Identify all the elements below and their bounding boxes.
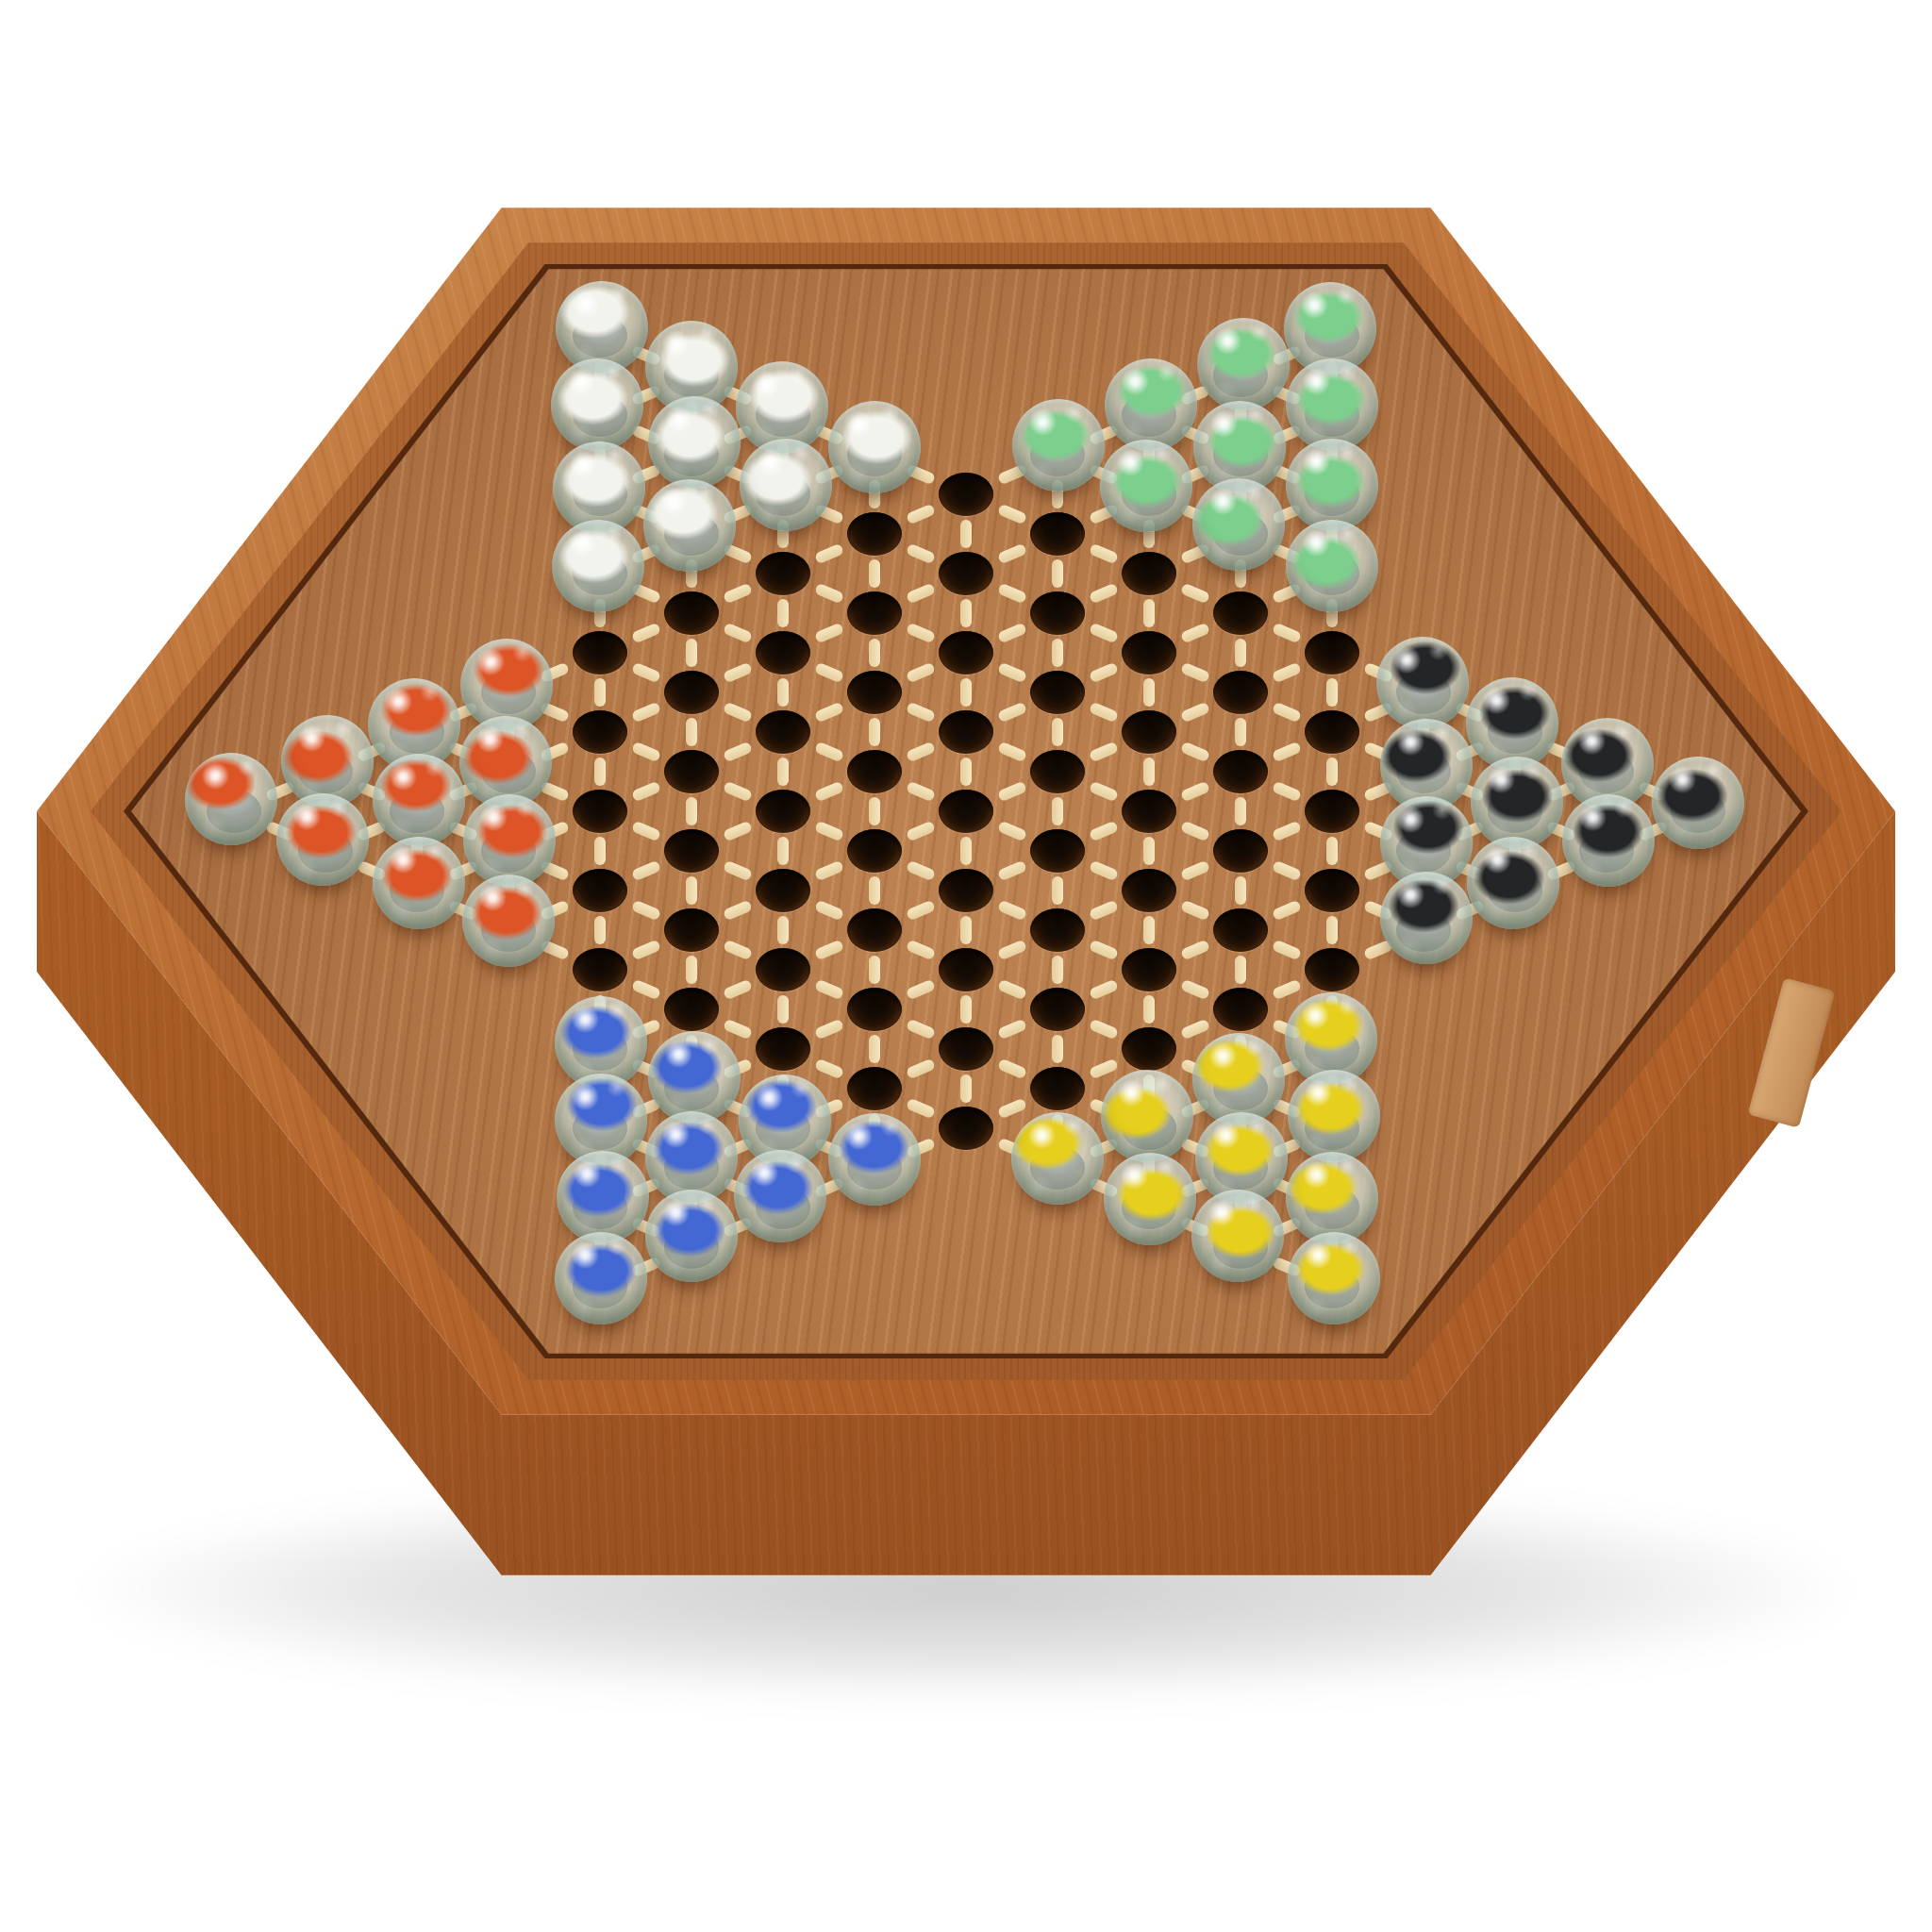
inlay-dash (722, 623, 752, 644)
inlay-dash (905, 583, 935, 605)
hole[interactable] (847, 1067, 902, 1110)
inlay-dash (905, 623, 935, 644)
hole[interactable] (1122, 631, 1176, 675)
hole[interactable] (664, 671, 719, 714)
inlay-dash (869, 559, 880, 588)
inlay-dash (722, 781, 752, 803)
inlay-dash (996, 741, 1026, 763)
inlay-dash (722, 821, 752, 842)
inlay-dash (1326, 678, 1338, 707)
inlay-dash (1143, 599, 1155, 627)
inlay-dash (960, 599, 972, 627)
hole[interactable] (939, 631, 993, 675)
hole[interactable] (847, 591, 902, 635)
inlay-dash (813, 741, 843, 763)
inlay-dash (630, 702, 660, 724)
hole[interactable] (756, 710, 810, 754)
inlay-dash (996, 860, 1026, 882)
inlay-dash (1271, 900, 1301, 922)
inlay-dash (996, 940, 1026, 961)
marble-green[interactable] (1197, 318, 1290, 410)
inlay-dash (960, 916, 972, 944)
marble-black[interactable] (1467, 837, 1559, 929)
inlay-dash (960, 1074, 972, 1103)
inlay-dash (996, 543, 1026, 565)
inlay-dash (1179, 821, 1209, 842)
inlay-dash (1179, 940, 1209, 961)
marble-orange[interactable] (276, 793, 369, 886)
hole[interactable] (1122, 869, 1176, 912)
inlay-dash (905, 781, 935, 803)
inlay-dash (1179, 702, 1209, 724)
inlay-dash (722, 979, 752, 1001)
inlay-dash (1143, 837, 1155, 865)
inlay-dash (813, 900, 843, 922)
inlay-dash (1088, 940, 1118, 961)
hole[interactable] (939, 710, 993, 754)
hole[interactable] (756, 790, 810, 833)
hole[interactable] (1030, 1067, 1085, 1110)
hole[interactable] (939, 948, 993, 991)
inlay-dash (1052, 639, 1063, 667)
inlay-dash (1271, 821, 1301, 842)
inlay-dash (686, 876, 697, 905)
inlay-dash (1179, 860, 1209, 882)
inlay-dash (630, 860, 660, 882)
inlay-dash (1052, 797, 1063, 825)
hole[interactable] (756, 948, 810, 991)
hole[interactable] (1305, 790, 1359, 833)
inlay-dash (996, 1098, 1026, 1120)
marble-green[interactable] (1286, 358, 1378, 451)
inlay-dash (777, 678, 789, 707)
inlay-dash (1088, 781, 1118, 803)
inlay-dash (594, 678, 606, 707)
inlay-dash (1143, 995, 1155, 1024)
marble-yellow[interactable] (1286, 1152, 1378, 1244)
inlay-dash (1143, 916, 1155, 944)
inlay-dash (996, 979, 1026, 1001)
inlay-dash (960, 520, 972, 548)
marble-white[interactable] (648, 396, 741, 489)
inlay-dash (630, 781, 660, 803)
hole[interactable] (939, 1027, 993, 1071)
inlay-dash (996, 623, 1026, 644)
inlay-dash (1179, 781, 1209, 803)
inlay-dash (1179, 583, 1209, 605)
marble-white[interactable] (551, 358, 643, 451)
hole[interactable] (847, 671, 902, 714)
inlay-dash (869, 718, 880, 746)
inlay-dash (1088, 702, 1118, 724)
marble-black[interactable] (1652, 757, 1744, 849)
inlay-dash (1088, 979, 1118, 1001)
inlay-dash (1088, 543, 1118, 565)
inlay-dash (1271, 860, 1301, 882)
inlay-dash (1088, 623, 1118, 644)
board-lattice (0, 0, 1932, 1932)
hole[interactable] (573, 869, 627, 912)
inlay-dash (996, 583, 1026, 605)
inlay-dash (594, 758, 606, 786)
inlay-dash (996, 900, 1026, 922)
inlay-dash (813, 821, 843, 842)
inlay-dash (1088, 821, 1118, 842)
hole[interactable] (847, 908, 902, 952)
inlay-dash (1179, 1019, 1209, 1041)
marble-blue[interactable] (645, 1190, 738, 1282)
hole[interactable] (847, 512, 902, 556)
marble-blue[interactable] (648, 1031, 741, 1124)
inlay-dash (1179, 979, 1209, 1001)
hole[interactable] (1213, 908, 1268, 952)
photo-scene (0, 0, 1932, 1932)
inlay-dash (905, 860, 935, 882)
inlay-dash (960, 758, 972, 786)
inlay-dash (686, 639, 697, 667)
hole[interactable] (664, 829, 719, 873)
inlay-dash (1143, 758, 1155, 786)
inlay-dash (960, 995, 972, 1024)
inlay-dash (905, 702, 935, 724)
marble-blue[interactable] (555, 1232, 647, 1324)
inlay-dash (722, 940, 752, 961)
inlay-dash (813, 979, 843, 1001)
hole[interactable] (847, 750, 902, 793)
inlay-dash (996, 821, 1026, 842)
marble-black[interactable] (1380, 872, 1473, 964)
inlay-dash (1235, 876, 1246, 905)
inlay-dash (686, 956, 697, 984)
marble-green[interactable] (1100, 440, 1192, 532)
marble-black[interactable] (1562, 794, 1655, 887)
hole[interactable] (1122, 1027, 1176, 1071)
hole[interactable] (1122, 790, 1176, 833)
inlay-dash (1052, 718, 1063, 746)
hole[interactable] (573, 790, 627, 833)
inlay-dash (996, 781, 1026, 803)
marble-orange[interactable] (462, 874, 555, 967)
hole[interactable] (939, 552, 993, 595)
hole[interactable] (1030, 988, 1085, 1031)
inlay-dash (1271, 662, 1301, 684)
inlay-dash (630, 662, 660, 684)
inlay-dash (813, 940, 843, 961)
inlay-dash (905, 1098, 935, 1120)
hole[interactable] (1122, 948, 1176, 991)
inlay-dash (1235, 797, 1246, 825)
inlay-dash (869, 639, 880, 667)
inlay-dash (1052, 876, 1063, 905)
inlay-dash (1179, 741, 1209, 763)
hole[interactable] (847, 988, 902, 1031)
hole[interactable] (756, 1027, 810, 1071)
hole[interactable] (1213, 671, 1268, 714)
hole[interactable] (1213, 750, 1268, 793)
hole[interactable] (664, 750, 719, 793)
hole[interactable] (573, 710, 627, 754)
inlay-dash (777, 599, 789, 627)
hole[interactable] (1030, 908, 1085, 952)
hole[interactable] (1305, 948, 1359, 991)
inlay-dash (722, 900, 752, 922)
marble-yellow[interactable] (1104, 1153, 1196, 1245)
inlay-dash (1271, 702, 1301, 724)
inlay-dash (1088, 1058, 1118, 1080)
inlay-dash (869, 876, 880, 905)
marble-white[interactable] (552, 520, 644, 612)
hole[interactable] (756, 552, 810, 595)
inlay-dash (869, 797, 880, 825)
inlay-dash (777, 916, 789, 944)
inlay-dash (722, 741, 752, 763)
inlay-dash (630, 821, 660, 842)
inlay-dash (722, 702, 752, 724)
hole[interactable] (1030, 829, 1085, 873)
inlay-dash (686, 797, 697, 825)
marble-yellow[interactable] (1191, 1190, 1284, 1282)
inlay-dash (996, 662, 1026, 684)
hole[interactable] (664, 988, 719, 1031)
inlay-dash (1052, 956, 1063, 984)
marble-yellow[interactable] (1101, 1070, 1193, 1162)
inlay-dash (905, 1019, 935, 1041)
inlay-dash (813, 860, 843, 882)
inlay-dash (905, 940, 935, 961)
hole[interactable] (664, 591, 719, 635)
marble-orange[interactable] (373, 754, 465, 846)
inlay-dash (960, 678, 972, 707)
inlay-dash (905, 979, 935, 1001)
inlay-dash (722, 583, 752, 605)
marble-yellow[interactable] (1288, 1070, 1380, 1162)
inlay-dash (1271, 979, 1301, 1001)
inlay-dash (996, 1058, 1026, 1080)
inlay-dash (1179, 623, 1209, 644)
inlay-dash (1271, 623, 1301, 644)
inlay-dash (1326, 758, 1338, 786)
inlay-dash (905, 662, 935, 684)
hole[interactable] (756, 869, 810, 912)
hole[interactable] (756, 631, 810, 675)
inlay-dash (630, 623, 660, 644)
inlay-dash (813, 583, 843, 605)
inlay-dash (1088, 741, 1118, 763)
inlay-dash (630, 741, 660, 763)
inlay-dash (722, 1019, 752, 1041)
inlay-dash (960, 837, 972, 865)
hole[interactable] (1030, 750, 1085, 793)
inlay-dash (1326, 916, 1338, 944)
inlay-dash (905, 1058, 935, 1080)
inlay-dash (686, 718, 697, 746)
inlay-dash (1088, 900, 1118, 922)
inlay-dash (1179, 900, 1209, 922)
inlay-dash (1271, 781, 1301, 803)
inlay-dash (1235, 718, 1246, 746)
inlay-dash (1143, 678, 1155, 707)
inlay-dash (813, 1058, 843, 1080)
marble-black[interactable] (1376, 637, 1469, 729)
inlay-dash (777, 995, 789, 1024)
inlay-dash (630, 900, 660, 922)
inlay-dash (905, 741, 935, 763)
hole[interactable] (573, 948, 627, 991)
inlay-dash (1052, 559, 1063, 588)
inlay-dash (1271, 940, 1301, 961)
hole[interactable] (1305, 631, 1359, 675)
inlay-dash (996, 1019, 1026, 1041)
inlay-dash (722, 662, 752, 684)
hole[interactable] (1030, 671, 1085, 714)
inlay-dash (813, 662, 843, 684)
inlay-dash (1235, 639, 1246, 667)
marble-orange[interactable] (373, 837, 465, 929)
hole[interactable] (1213, 591, 1268, 635)
inlay-dash (1052, 1035, 1063, 1063)
inlay-dash (813, 543, 843, 565)
inlay-dash (777, 837, 789, 865)
inlay-dash (813, 702, 843, 724)
inlay-dash (594, 916, 606, 944)
inlay-dash (777, 758, 789, 786)
marble-yellow[interactable] (1011, 1112, 1104, 1205)
marble-blue[interactable] (734, 1150, 826, 1242)
hole[interactable] (1030, 591, 1085, 635)
marble-yellow[interactable] (1288, 1232, 1380, 1324)
marble-blue[interactable] (828, 1113, 921, 1206)
inlay-dash (813, 623, 843, 644)
hole[interactable] (1030, 512, 1085, 556)
inlay-dash (1088, 662, 1118, 684)
inlay-dash (630, 940, 660, 961)
marble-black[interactable] (1471, 757, 1563, 849)
marble-orange[interactable] (185, 753, 277, 845)
marble-blue[interactable] (557, 1151, 649, 1243)
inlay-dash (905, 543, 935, 565)
hole[interactable] (1122, 710, 1176, 754)
inlay-dash (1088, 1019, 1118, 1041)
hole[interactable] (1305, 869, 1359, 912)
marble-white[interactable] (643, 479, 736, 572)
inlay-dash (630, 979, 660, 1001)
marble-white[interactable] (828, 401, 921, 493)
hole[interactable] (664, 908, 719, 952)
inlay-dash (594, 837, 606, 865)
inlay-dash (1271, 741, 1301, 763)
marble-green[interactable] (1105, 358, 1197, 451)
inlay-dash (1088, 860, 1118, 882)
inlay-dash (813, 1019, 843, 1041)
inlay-dash (1235, 956, 1246, 984)
inlay-dash (1179, 662, 1209, 684)
hole[interactable] (1122, 552, 1176, 595)
inlay-dash (905, 821, 935, 842)
hole[interactable] (573, 631, 627, 675)
marble-green[interactable] (1012, 399, 1105, 491)
inlay-dash (869, 956, 880, 984)
inlay-dash (813, 781, 843, 803)
hole[interactable] (939, 869, 993, 912)
hole[interactable] (1305, 710, 1359, 754)
inlay-dash (905, 900, 935, 922)
hole[interactable] (939, 790, 993, 833)
hole[interactable] (939, 1107, 993, 1150)
inlay-dash (869, 1035, 880, 1063)
marble-orange[interactable] (463, 794, 556, 887)
hole[interactable] (847, 829, 902, 873)
inlay-dash (1088, 583, 1118, 605)
inlay-dash (996, 504, 1026, 525)
inlay-dash (722, 860, 752, 882)
hole[interactable] (1213, 988, 1268, 1031)
marble-green[interactable] (1286, 520, 1378, 612)
hole[interactable] (939, 473, 993, 516)
inlay-dash (1326, 837, 1338, 865)
inlay-dash (905, 504, 935, 525)
inlay-dash (996, 702, 1026, 724)
marble-green[interactable] (1286, 439, 1378, 531)
marble-green[interactable] (1192, 478, 1285, 571)
hole[interactable] (1213, 829, 1268, 873)
marble-white[interactable] (740, 439, 832, 531)
